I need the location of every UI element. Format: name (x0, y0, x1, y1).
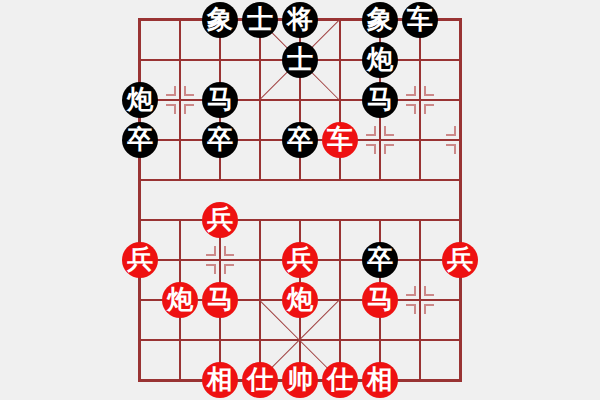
piece-red-cannon[interactable]: 炮 (282, 282, 318, 318)
piece-red-horse[interactable]: 马 (362, 282, 398, 318)
piece-black-cannon[interactable]: 炮 (122, 82, 158, 118)
point-marker (366, 126, 376, 136)
piece-black-cannon[interactable]: 炮 (362, 42, 398, 78)
point-marker (224, 246, 234, 256)
point-marker (206, 246, 216, 256)
point-marker (366, 144, 376, 154)
point-marker (406, 304, 416, 314)
page-background: { "game": "xiangqi", "position": { "fen"… (0, 0, 600, 400)
point-marker (424, 304, 434, 314)
piece-red-horse[interactable]: 马 (202, 282, 238, 318)
point-marker (166, 86, 176, 96)
point-marker (406, 286, 416, 296)
point-marker (424, 286, 434, 296)
piece-black-chariot[interactable]: 车 (402, 2, 438, 38)
piece-red-soldier[interactable]: 兵 (202, 202, 238, 238)
piece-red-advisor[interactable]: 仕 (242, 362, 278, 398)
point-marker (424, 86, 434, 96)
piece-red-soldier[interactable]: 兵 (442, 242, 478, 278)
piece-red-soldier[interactable]: 兵 (282, 242, 318, 278)
point-marker (184, 104, 194, 114)
point-marker (184, 86, 194, 96)
piece-black-soldier[interactable]: 卒 (362, 242, 398, 278)
point-marker (166, 104, 176, 114)
piece-black-soldier[interactable]: 卒 (202, 122, 238, 158)
point-marker (384, 126, 394, 136)
xiangqi-board: 象士将象车士炮炮马马卒卒卒车兵兵兵卒兵炮马炮马相仕帅仕相 (140, 20, 460, 380)
piece-red-advisor[interactable]: 仕 (322, 362, 358, 398)
piece-black-advisor[interactable]: 士 (282, 42, 318, 78)
piece-red-chariot[interactable]: 车 (322, 122, 358, 158)
piece-black-general[interactable]: 将 (282, 2, 318, 38)
piece-red-general[interactable]: 帅 (282, 362, 318, 398)
point-marker (406, 86, 416, 96)
piece-black-soldier[interactable]: 卒 (122, 122, 158, 158)
point-marker (446, 144, 456, 154)
point-marker (224, 264, 234, 274)
piece-black-advisor[interactable]: 士 (242, 2, 278, 38)
piece-red-elephant[interactable]: 相 (362, 362, 398, 398)
point-marker (406, 104, 416, 114)
point-marker (384, 144, 394, 154)
xiangqi-app: 象士将象车士炮炮马马卒卒卒车兵兵兵卒兵炮马炮马相仕帅仕相 (0, 0, 600, 400)
point-marker (424, 104, 434, 114)
piece-red-soldier[interactable]: 兵 (122, 242, 158, 278)
point-marker (206, 264, 216, 274)
piece-black-horse[interactable]: 马 (202, 82, 238, 118)
piece-black-horse[interactable]: 马 (362, 82, 398, 118)
piece-black-soldier[interactable]: 卒 (282, 122, 318, 158)
piece-black-elephant[interactable]: 象 (202, 2, 238, 38)
piece-black-elephant[interactable]: 象 (362, 2, 398, 38)
piece-red-elephant[interactable]: 相 (202, 362, 238, 398)
piece-red-cannon[interactable]: 炮 (162, 282, 198, 318)
point-marker (446, 126, 456, 136)
